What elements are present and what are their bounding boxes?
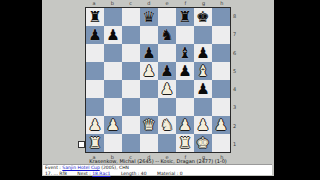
board-frame: ♜♛♜♚♟♟♞♟♝♟♟♟♟♝♟♟♟♟♛♞♟♟♟♜♜♚: [85, 7, 231, 153]
square-a4[interactable]: [86, 80, 104, 98]
square-b5[interactable]: [104, 62, 122, 80]
piece-wq-d2[interactable]: ♛: [142, 116, 155, 134]
piece-wp-h2[interactable]: ♟: [214, 116, 227, 134]
rank-label-right-1: 1: [233, 135, 240, 153]
piece-bp-g6[interactable]: ♟: [196, 44, 209, 62]
file-label-top-h: h: [213, 0, 231, 7]
square-g3[interactable]: [194, 98, 212, 116]
next-move-group: Next : 18.Rac1: [77, 171, 110, 177]
square-f6[interactable]: ♝: [176, 44, 194, 62]
square-f5[interactable]: ♟: [176, 62, 194, 80]
square-e8[interactable]: [158, 8, 176, 26]
square-h8[interactable]: [212, 8, 230, 26]
piece-br-a8[interactable]: ♜: [88, 8, 101, 26]
square-g5[interactable]: ♝: [194, 62, 212, 80]
square-h7[interactable]: [212, 26, 230, 44]
square-e2[interactable]: ♞: [158, 116, 176, 134]
material-value: 0: [180, 171, 183, 176]
square-f4[interactable]: [176, 80, 194, 98]
square-d7[interactable]: [140, 26, 158, 44]
piece-wp-e4[interactable]: ♟: [160, 80, 173, 98]
square-c7[interactable]: [122, 26, 140, 44]
square-d8[interactable]: ♛: [140, 8, 158, 26]
piece-wp-g2[interactable]: ♟: [196, 116, 209, 134]
square-c6[interactable]: [122, 44, 140, 62]
length-group: Length : 40: [121, 171, 147, 177]
square-a6[interactable]: [86, 44, 104, 62]
square-h4[interactable]: [212, 80, 230, 98]
piece-bp-e5[interactable]: ♟: [160, 62, 173, 80]
square-e7[interactable]: ♞: [158, 26, 176, 44]
piece-bp-a7[interactable]: ♟: [88, 26, 101, 44]
square-e5[interactable]: ♟: [158, 62, 176, 80]
rank-label-right-4: 4: [233, 80, 240, 98]
square-g8[interactable]: ♚: [194, 8, 212, 26]
piece-bb-f6[interactable]: ♝: [178, 44, 191, 62]
rank-label-right-6: 6: [233, 44, 240, 62]
square-d3[interactable]: [140, 98, 158, 116]
square-f3[interactable]: [176, 98, 194, 116]
right-black-bar: [274, 0, 320, 180]
rank-label-right-8: 8: [233, 7, 240, 25]
square-f1[interactable]: ♜: [176, 134, 194, 152]
board: ♜♛♜♚♟♟♞♟♝♟♟♟♟♝♟♟♟♟♛♞♟♟♟♜♜♚: [86, 8, 230, 152]
square-h3[interactable]: [212, 98, 230, 116]
file-label-top-d: d: [140, 0, 158, 7]
piece-bp-b7[interactable]: ♟: [106, 26, 119, 44]
square-g6[interactable]: ♟: [194, 44, 212, 62]
last-move: 17. ... Rf8: [45, 171, 67, 177]
square-d4[interactable]: [140, 80, 158, 98]
square-a2[interactable]: ♟: [86, 116, 104, 134]
event-link[interactable]: Sanjin Hotel Cup: [62, 165, 99, 170]
piece-wr-a1[interactable]: ♜: [88, 134, 101, 152]
square-d6[interactable]: ♟: [140, 44, 158, 62]
square-h5[interactable]: [212, 62, 230, 80]
event-rest: (2005), CHN: [100, 165, 129, 170]
file-labels-top: abcdefgh: [85, 0, 231, 7]
piece-bp-d6[interactable]: ♟: [142, 44, 155, 62]
square-g4[interactable]: ♟: [194, 80, 212, 98]
square-f8[interactable]: ♜: [176, 8, 194, 26]
piece-bp-g4[interactable]: ♟: [196, 80, 209, 98]
square-f7[interactable]: [176, 26, 194, 44]
square-c4[interactable]: [122, 80, 140, 98]
square-a7[interactable]: ♟: [86, 26, 104, 44]
piece-wk-g1[interactable]: ♚: [196, 134, 209, 152]
rank-label-right-7: 7: [233, 25, 240, 43]
square-c2[interactable]: [122, 116, 140, 134]
square-a8[interactable]: ♜: [86, 8, 104, 26]
chess-diagram-panel: abcdefgh ♜♛♜♚♟♟♞♟♝♟♟♟♟♝♟♟♟♟♛♞♟♟♟♜♜♚ 8765…: [42, 0, 274, 176]
square-d1[interactable]: [140, 134, 158, 152]
square-e6[interactable]: [158, 44, 176, 62]
square-e1[interactable]: [158, 134, 176, 152]
square-b4[interactable]: [104, 80, 122, 98]
piece-bn-e7[interactable]: ♞: [160, 26, 173, 44]
square-g1[interactable]: ♚: [194, 134, 212, 152]
piece-bk-g8[interactable]: ♚: [196, 8, 209, 26]
rank-label-right-3: 3: [233, 98, 240, 116]
square-a3[interactable]: [86, 98, 104, 116]
square-e3[interactable]: [158, 98, 176, 116]
square-a5[interactable]: [86, 62, 104, 80]
square-b1[interactable]: [104, 134, 122, 152]
piece-wp-f2[interactable]: ♟: [178, 116, 191, 134]
square-g2[interactable]: ♟: [194, 116, 212, 134]
white-to-move-indicator: [78, 141, 85, 148]
file-label-top-b: b: [103, 0, 121, 7]
piece-bq-d8[interactable]: ♛: [142, 8, 155, 26]
next-label: Next :: [77, 171, 90, 176]
moves-line: 17. ... Rf8 Next : 18.Rac1 Length : 40 M…: [45, 171, 272, 177]
rank-labels-right: 87654321: [233, 7, 240, 153]
file-label-top-g: g: [195, 0, 213, 7]
square-b2[interactable]: ♟: [104, 116, 122, 134]
square-c8[interactable]: [122, 8, 140, 26]
square-h1[interactable]: [212, 134, 230, 152]
length-value: 40: [141, 171, 147, 176]
square-b6[interactable]: [104, 44, 122, 62]
square-c5[interactable]: [122, 62, 140, 80]
piece-br-f8[interactable]: ♜: [178, 8, 191, 26]
material-group: Material : 0: [157, 171, 183, 177]
piece-wp-b2[interactable]: ♟: [106, 116, 119, 134]
piece-wp-d5[interactable]: ♟: [142, 62, 155, 80]
square-f2[interactable]: ♟: [176, 116, 194, 134]
game-info-box: Event : Sanjin Hotel Cup (2005), CHN 17.…: [43, 164, 272, 175]
next-move[interactable]: 18.Rac1: [92, 171, 110, 176]
rank-label-right-2: 2: [233, 117, 240, 135]
square-a1[interactable]: ♜: [86, 134, 104, 152]
square-b8[interactable]: [104, 8, 122, 26]
piece-bp-f5[interactable]: ♟: [178, 62, 191, 80]
file-label-top-e: e: [158, 0, 176, 7]
file-label-top-a: a: [85, 0, 103, 7]
event-label: Event :: [45, 165, 61, 170]
piece-wn-e2[interactable]: ♞: [160, 116, 173, 134]
piece-wr-f1[interactable]: ♜: [178, 134, 191, 152]
left-black-bar: [0, 0, 42, 180]
square-h6[interactable]: [212, 44, 230, 62]
square-e4[interactable]: ♟: [158, 80, 176, 98]
video-frame: abcdefgh ♜♛♜♚♟♟♞♟♝♟♟♟♟♝♟♟♟♟♛♞♟♟♟♜♜♚ 8765…: [0, 0, 320, 180]
square-g7[interactable]: [194, 26, 212, 44]
file-label-top-c: c: [122, 0, 140, 7]
piece-wp-a2[interactable]: ♟: [88, 116, 101, 134]
length-label: Length :: [121, 171, 139, 176]
square-b3[interactable]: [104, 98, 122, 116]
square-h2[interactable]: ♟: [212, 116, 230, 134]
square-d2[interactable]: ♛: [140, 116, 158, 134]
rank-label-right-5: 5: [233, 62, 240, 80]
file-label-top-f: f: [176, 0, 194, 7]
piece-wb-g5[interactable]: ♝: [196, 62, 209, 80]
square-c1[interactable]: [122, 134, 140, 152]
square-b7[interactable]: ♟: [104, 26, 122, 44]
material-label: Material :: [157, 171, 178, 176]
square-d5[interactable]: ♟: [140, 62, 158, 80]
square-c3[interactable]: [122, 98, 140, 116]
